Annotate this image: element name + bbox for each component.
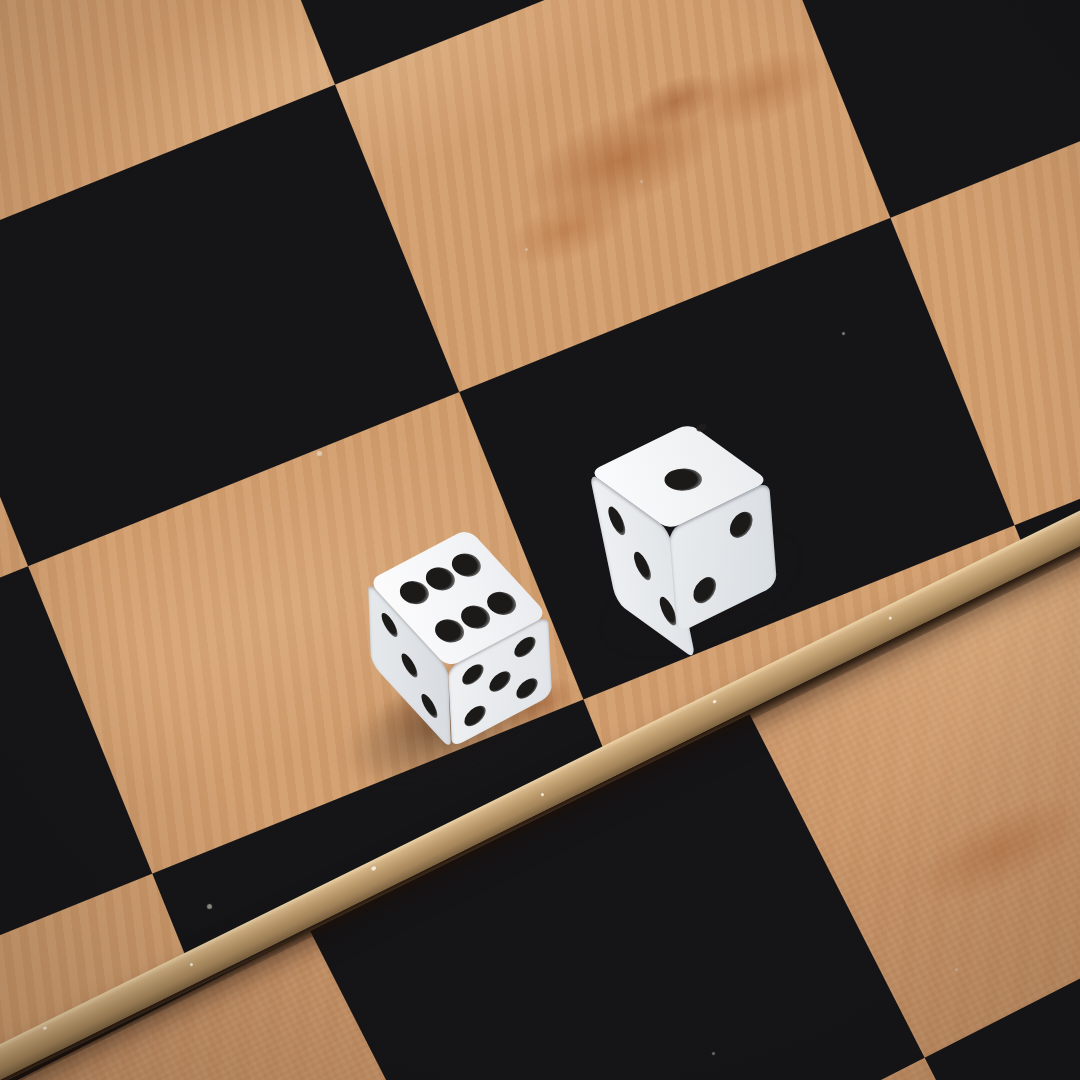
die-pip (464, 702, 486, 730)
die-pip (657, 464, 710, 495)
die-pip (606, 502, 627, 540)
seam-crumb (712, 699, 717, 703)
seam-crumb (888, 616, 892, 620)
die-pip (729, 507, 753, 542)
seam-crumb (189, 963, 193, 967)
board-photo (0, 0, 1080, 1080)
die-pip (421, 689, 438, 723)
die-pip (489, 667, 511, 695)
die-pip (632, 547, 653, 585)
dust-specks (0, 0, 3, 3)
seam-crumb (540, 793, 544, 797)
die-pip (401, 649, 418, 683)
seam-crumb (42, 1026, 47, 1030)
die-pip (693, 573, 717, 608)
seam-crumb (371, 866, 377, 872)
die-pip (462, 660, 484, 688)
die-pip (514, 633, 536, 661)
die-pip (516, 674, 538, 702)
die-pip (381, 608, 398, 642)
